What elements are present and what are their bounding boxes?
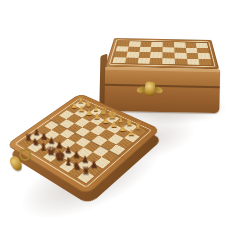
box-lid-square	[150, 58, 163, 64]
product-photo-scene: ♜♟♟♜♞♟♟♞♝♟♟♝♛♟♟♛♚♟♟♚♝♟♟♝♞♟♟♞♜♟♟♜	[0, 0, 228, 228]
brass-clasp-icon	[137, 80, 163, 98]
box-lid-square	[187, 58, 200, 64]
box-lid	[105, 38, 219, 69]
open-chess-board: ♜♟♟♜♞♟♟♞♝♟♟♝♛♟♟♛♚♟♟♚♝♟♟♝♞♟♟♞♜♟♟♜	[22, 76, 145, 199]
box-lid-square	[199, 59, 213, 65]
box-lid-square	[174, 58, 187, 64]
box-lid-square	[125, 57, 138, 63]
box-lid-square	[162, 58, 174, 64]
box-lid-grid	[112, 41, 212, 65]
clasp-ring	[19, 149, 31, 161]
box-lid-square	[137, 57, 150, 63]
board-brass-clasp-icon	[8, 146, 34, 176]
clasp-body	[144, 81, 156, 96]
black-rook: ♜	[78, 165, 94, 179]
white-pawn: ♟	[125, 126, 139, 139]
